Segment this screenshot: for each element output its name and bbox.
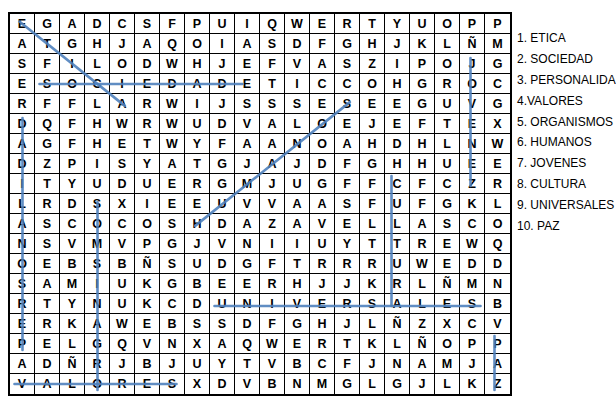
grid-cell[interactable]: O	[360, 74, 385, 94]
grid-cell[interactable]: I	[235, 14, 260, 34]
grid-cell[interactable]: V	[110, 234, 135, 254]
grid-cell[interactable]: E	[310, 94, 335, 114]
grid-cell[interactable]: W	[460, 234, 485, 254]
grid-cell[interactable]: A	[410, 354, 435, 374]
grid-cell[interactable]: Q	[485, 234, 510, 254]
grid-cell[interactable]: D	[210, 114, 235, 134]
grid-cell[interactable]: J	[160, 354, 185, 374]
grid-cell[interactable]: V	[285, 54, 310, 74]
grid-cell[interactable]: K	[460, 374, 485, 394]
grid-cell[interactable]: A	[260, 114, 285, 134]
grid-cell[interactable]: I	[85, 274, 110, 294]
grid-cell[interactable]: E	[210, 274, 235, 294]
grid-cell[interactable]: G	[485, 54, 510, 74]
grid-cell[interactable]: E	[310, 294, 335, 314]
grid-cell[interactable]: D	[110, 174, 135, 194]
grid-cell[interactable]: E	[335, 114, 360, 134]
grid-cell[interactable]: H	[310, 314, 335, 334]
grid-cell[interactable]: R	[135, 114, 160, 134]
grid-cell[interactable]: K	[360, 334, 385, 354]
grid-cell[interactable]: T	[435, 114, 460, 134]
grid-cell[interactable]: R	[10, 94, 35, 114]
grid-cell[interactable]: B	[285, 354, 310, 374]
grid-cell[interactable]: S	[435, 214, 460, 234]
grid-cell[interactable]: T	[35, 174, 60, 194]
grid-cell[interactable]: A	[135, 34, 160, 54]
grid-cell[interactable]: W	[485, 134, 510, 154]
grid-cell[interactable]: J	[110, 34, 135, 54]
grid-cell[interactable]: Z	[410, 314, 435, 334]
grid-cell[interactable]: D	[10, 154, 35, 174]
grid-cell[interactable]: Z	[360, 54, 385, 74]
grid-cell[interactable]: E	[235, 274, 260, 294]
grid-cell[interactable]: B	[185, 274, 210, 294]
grid-cell[interactable]: A	[35, 274, 60, 294]
grid-cell[interactable]: T	[235, 354, 260, 374]
grid-cell[interactable]: E	[385, 94, 410, 114]
grid-cell[interactable]: P	[460, 14, 485, 34]
grid-cell[interactable]: S	[10, 274, 35, 294]
grid-cell[interactable]: J	[235, 154, 260, 174]
grid-cell[interactable]: A	[385, 294, 410, 314]
grid-cell[interactable]: E	[185, 194, 210, 214]
grid-cell[interactable]: V	[235, 194, 260, 214]
grid-cell[interactable]: G	[285, 314, 310, 334]
grid-cell[interactable]: L	[10, 194, 35, 214]
grid-cell[interactable]: X	[485, 114, 510, 134]
grid-cell[interactable]: J	[385, 34, 410, 54]
grid-cell[interactable]: F	[310, 34, 335, 54]
grid-cell[interactable]: Y	[60, 294, 85, 314]
grid-cell[interactable]: E	[310, 14, 335, 34]
grid-cell[interactable]: D	[160, 74, 185, 94]
grid-cell[interactable]: P	[460, 334, 485, 354]
grid-cell[interactable]: U	[385, 194, 410, 214]
grid-cell[interactable]: H	[285, 274, 310, 294]
grid-cell[interactable]: A	[260, 134, 285, 154]
grid-cell[interactable]: O	[485, 214, 510, 234]
grid-cell[interactable]: E	[435, 234, 460, 254]
grid-cell[interactable]: B	[485, 294, 510, 314]
grid-cell[interactable]: G	[160, 274, 185, 294]
grid-cell[interactable]: M	[435, 354, 460, 374]
grid-cell[interactable]: F	[360, 174, 385, 194]
grid-cell[interactable]: U	[310, 234, 335, 254]
grid-cell[interactable]: D	[235, 314, 260, 334]
grid-cell[interactable]: G	[210, 154, 235, 174]
grid-cell[interactable]: L	[410, 294, 435, 314]
grid-cell[interactable]: E	[385, 114, 410, 134]
grid-cell[interactable]: C	[335, 74, 360, 94]
grid-cell[interactable]: R	[360, 254, 385, 274]
grid-cell[interactable]: O	[10, 254, 35, 274]
grid-cell[interactable]: Y	[185, 134, 210, 154]
grid-cell[interactable]: C	[385, 174, 410, 194]
grid-cell[interactable]: A	[235, 134, 260, 154]
grid-cell[interactable]: D	[210, 74, 235, 94]
grid-cell[interactable]: D	[385, 134, 410, 154]
grid-cell[interactable]: P	[185, 14, 210, 34]
grid-cell[interactable]: N	[385, 354, 410, 374]
grid-cell[interactable]: E	[235, 54, 260, 74]
grid-cell[interactable]: E	[485, 154, 510, 174]
grid-cell[interactable]: V	[60, 234, 85, 254]
grid-cell[interactable]: R	[335, 294, 360, 314]
grid-cell[interactable]: W	[410, 254, 435, 274]
grid-cell[interactable]: E	[10, 74, 35, 94]
grid-cell[interactable]: A	[110, 94, 135, 114]
grid-cell[interactable]: F	[60, 134, 85, 154]
grid-cell[interactable]: E	[160, 194, 185, 214]
grid-cell[interactable]: F	[410, 174, 435, 194]
grid-cell[interactable]: Ñ	[435, 274, 460, 294]
grid-cell[interactable]: E	[35, 334, 60, 354]
grid-cell[interactable]: V	[460, 94, 485, 114]
grid-cell[interactable]: G	[310, 174, 335, 194]
grid-cell[interactable]: E	[435, 294, 460, 314]
grid-cell[interactable]: A	[235, 214, 260, 234]
grid-cell[interactable]: E	[135, 374, 160, 394]
grid-cell[interactable]: S	[335, 194, 360, 214]
grid-cell[interactable]: L	[360, 314, 385, 334]
grid-cell[interactable]: K	[135, 274, 160, 294]
grid-cell[interactable]: G	[385, 374, 410, 394]
grid-cell[interactable]: H	[85, 34, 110, 54]
grid-cell[interactable]: L	[385, 334, 410, 354]
grid-cell[interactable]: C	[460, 214, 485, 234]
grid-cell[interactable]: U	[135, 174, 160, 194]
grid-cell[interactable]: O	[310, 134, 335, 154]
grid-cell[interactable]: L	[60, 374, 85, 394]
grid-cell[interactable]: D	[460, 254, 485, 274]
grid-cell[interactable]: H	[360, 134, 385, 154]
grid-cell[interactable]: V	[285, 294, 310, 314]
grid-cell[interactable]: R	[310, 334, 335, 354]
grid-cell[interactable]: N	[235, 294, 260, 314]
grid-cell[interactable]: Ñ	[135, 254, 160, 274]
grid-cell[interactable]: F	[35, 94, 60, 114]
grid-cell[interactable]: O	[460, 74, 485, 94]
grid-cell[interactable]: L	[385, 214, 410, 234]
grid-cell[interactable]: Y	[135, 154, 160, 174]
grid-cell[interactable]: G	[335, 34, 360, 54]
grid-cell[interactable]: Ñ	[410, 334, 435, 354]
grid-cell[interactable]: C	[460, 314, 485, 334]
grid-cell[interactable]: J	[360, 354, 385, 374]
grid-cell[interactable]: U	[210, 294, 235, 314]
grid-cell[interactable]: Q	[160, 34, 185, 54]
grid-cell[interactable]: K	[135, 294, 160, 314]
grid-cell[interactable]: M	[310, 374, 335, 394]
grid-cell[interactable]: S	[260, 94, 285, 114]
grid-cell[interactable]: U	[185, 254, 210, 274]
grid-cell[interactable]: S	[360, 294, 385, 314]
grid-cell[interactable]: H	[85, 114, 110, 134]
grid-cell[interactable]: J	[410, 374, 435, 394]
grid-cell[interactable]: T	[385, 234, 410, 254]
grid-cell[interactable]: N	[10, 234, 35, 254]
grid-cell[interactable]: H	[360, 34, 385, 54]
grid-cell[interactable]: U	[110, 294, 135, 314]
grid-cell[interactable]: U	[285, 174, 310, 194]
grid-cell[interactable]: S	[160, 254, 185, 274]
grid-cell[interactable]: L	[360, 374, 385, 394]
grid-cell[interactable]: A	[10, 134, 35, 154]
grid-cell[interactable]: L	[85, 94, 110, 114]
grid-cell[interactable]: H	[185, 214, 210, 234]
grid-cell[interactable]: J	[335, 314, 360, 334]
grid-cell[interactable]: K	[360, 274, 385, 294]
grid-cell[interactable]: V	[235, 114, 260, 134]
grid-cell[interactable]: O	[185, 34, 210, 54]
grid-cell[interactable]: D	[185, 294, 210, 314]
grid-cell[interactable]: Z	[260, 214, 285, 234]
grid-cell[interactable]: S	[160, 214, 185, 234]
grid-cell[interactable]: I	[110, 74, 135, 94]
grid-cell[interactable]: V	[310, 214, 335, 234]
grid-cell[interactable]: A	[160, 154, 185, 174]
grid-cell[interactable]: B	[110, 254, 135, 274]
grid-cell[interactable]: R	[260, 274, 285, 294]
grid-cell[interactable]: T	[35, 294, 60, 314]
grid-cell[interactable]: J	[460, 54, 485, 74]
grid-cell[interactable]: W	[285, 14, 310, 34]
grid-cell[interactable]: H	[385, 74, 410, 94]
grid-cell[interactable]: S	[35, 234, 60, 254]
grid-cell[interactable]: A	[85, 314, 110, 334]
grid-cell[interactable]: W	[110, 314, 135, 334]
grid-cell[interactable]: M	[85, 234, 110, 254]
grid-cell[interactable]: U	[435, 94, 460, 114]
grid-cell[interactable]: U	[210, 14, 235, 34]
grid-cell[interactable]: E	[360, 94, 385, 114]
grid-cell[interactable]: W	[110, 114, 135, 134]
grid-cell[interactable]: J	[310, 274, 335, 294]
grid-cell[interactable]: N	[460, 134, 485, 154]
grid-cell[interactable]: I	[10, 174, 35, 194]
grid-cell[interactable]: U	[410, 14, 435, 34]
grid-cell[interactable]: G	[60, 34, 85, 54]
grid-cell[interactable]: C	[160, 294, 185, 314]
grid-cell[interactable]: G	[435, 194, 460, 214]
grid-cell[interactable]: O	[310, 114, 335, 134]
grid-cell[interactable]: D	[285, 34, 310, 54]
grid-cell[interactable]: A	[285, 214, 310, 234]
grid-cell[interactable]: L	[85, 54, 110, 74]
grid-cell[interactable]: J	[210, 54, 235, 74]
grid-cell[interactable]: V	[210, 234, 235, 254]
grid-cell[interactable]: R	[110, 374, 135, 394]
grid-cell[interactable]: F	[410, 114, 435, 134]
grid-cell[interactable]: X	[435, 314, 460, 334]
grid-cell[interactable]: B	[160, 314, 185, 334]
grid-cell[interactable]: F	[335, 154, 360, 174]
grid-cell[interactable]: M	[485, 34, 510, 54]
grid-cell[interactable]: W	[160, 54, 185, 74]
grid-cell[interactable]: E	[10, 14, 35, 34]
grid-cell[interactable]: Y	[385, 14, 410, 34]
grid-cell[interactable]: E	[135, 74, 160, 94]
grid-cell[interactable]: S	[35, 74, 60, 94]
grid-cell[interactable]: D	[210, 214, 235, 234]
grid-cell[interactable]: C	[310, 74, 335, 94]
grid-cell[interactable]: E	[160, 174, 185, 194]
grid-cell[interactable]: F	[60, 114, 85, 134]
grid-cell[interactable]: R	[135, 94, 160, 114]
grid-cell[interactable]: S	[335, 94, 360, 114]
grid-cell[interactable]: D	[135, 54, 160, 74]
grid-cell[interactable]: R	[310, 254, 335, 274]
grid-cell[interactable]: W	[160, 94, 185, 114]
grid-cell[interactable]: A	[60, 14, 85, 34]
grid-cell[interactable]: D	[35, 354, 60, 374]
grid-cell[interactable]: K	[410, 34, 435, 54]
grid-cell[interactable]: H	[385, 154, 410, 174]
grid-cell[interactable]: Z	[35, 154, 60, 174]
grid-cell[interactable]: S	[335, 54, 360, 74]
grid-cell[interactable]: C	[110, 14, 135, 34]
grid-cell[interactable]: D	[210, 374, 235, 394]
grid-cell[interactable]: G	[335, 374, 360, 394]
grid-cell[interactable]: D	[310, 154, 335, 174]
grid-cell[interactable]: T	[335, 334, 360, 354]
grid-cell[interactable]: S	[85, 194, 110, 214]
grid-cell[interactable]: O	[435, 334, 460, 354]
grid-cell[interactable]: W	[160, 134, 185, 154]
grid-cell[interactable]: S	[135, 14, 160, 34]
grid-cell[interactable]: U	[435, 154, 460, 174]
grid-cell[interactable]: D	[10, 114, 35, 134]
grid-cell[interactable]: F	[160, 14, 185, 34]
grid-cell[interactable]: J	[210, 94, 235, 114]
grid-cell[interactable]: U	[185, 354, 210, 374]
grid-cell[interactable]: V	[485, 314, 510, 334]
grid-cell[interactable]: A	[185, 74, 210, 94]
grid-cell[interactable]: Q	[235, 334, 260, 354]
grid-cell[interactable]: I	[285, 74, 310, 94]
grid-cell[interactable]: M	[60, 274, 85, 294]
grid-cell[interactable]: S	[235, 94, 260, 114]
grid-cell[interactable]: Ñ	[385, 314, 410, 334]
grid-cell[interactable]: G	[160, 234, 185, 254]
grid-cell[interactable]: H	[185, 54, 210, 74]
grid-cell[interactable]: N	[160, 334, 185, 354]
grid-cell[interactable]: N	[285, 374, 310, 394]
grid-cell[interactable]: A	[410, 214, 435, 234]
grid-cell[interactable]: C	[60, 214, 85, 234]
grid-cell[interactable]: U	[210, 194, 235, 214]
grid-cell[interactable]: G	[410, 74, 435, 94]
grid-cell[interactable]: E	[460, 114, 485, 134]
grid-cell[interactable]: Y	[60, 174, 85, 194]
grid-cell[interactable]: V	[135, 334, 160, 354]
grid-cell[interactable]: Y	[335, 234, 360, 254]
grid-cell[interactable]: V	[10, 374, 35, 394]
grid-cell[interactable]: I	[385, 54, 410, 74]
grid-cell[interactable]: L	[360, 214, 385, 234]
grid-cell[interactable]: Q	[260, 14, 285, 34]
grid-cell[interactable]: S	[185, 314, 210, 334]
grid-cell[interactable]: L	[435, 134, 460, 154]
grid-cell[interactable]: T	[260, 74, 285, 94]
grid-cell[interactable]: X	[185, 374, 210, 394]
grid-cell[interactable]: O	[85, 214, 110, 234]
grid-cell[interactable]: A	[335, 134, 360, 154]
grid-cell[interactable]: Y	[210, 354, 235, 374]
grid-cell[interactable]: B	[60, 254, 85, 274]
grid-cell[interactable]: N	[485, 274, 510, 294]
grid-cell[interactable]: D	[485, 254, 510, 274]
grid-cell[interactable]: G	[210, 174, 235, 194]
grid-cell[interactable]: D	[85, 14, 110, 34]
grid-cell[interactable]: V	[235, 374, 260, 394]
grid-cell[interactable]: I	[185, 94, 210, 114]
grid-cell[interactable]: J	[460, 354, 485, 374]
grid-cell[interactable]: R	[435, 74, 460, 94]
grid-cell[interactable]: V	[260, 194, 285, 214]
grid-cell[interactable]: B	[260, 374, 285, 394]
grid-cell[interactable]: J	[260, 174, 285, 194]
grid-cell[interactable]: I	[285, 234, 310, 254]
grid-cell[interactable]: N	[285, 134, 310, 154]
grid-cell[interactable]: L	[410, 274, 435, 294]
grid-cell[interactable]: J	[110, 354, 135, 374]
grid-cell[interactable]: H	[85, 134, 110, 154]
grid-cell[interactable]: Z	[485, 374, 510, 394]
grid-cell[interactable]: F	[335, 174, 360, 194]
grid-cell[interactable]: S	[10, 54, 35, 74]
grid-cell[interactable]: G	[485, 94, 510, 114]
grid-cell[interactable]: O	[435, 54, 460, 74]
grid-cell[interactable]: T	[35, 34, 60, 54]
grid-cell[interactable]: I	[135, 194, 160, 214]
grid-cell[interactable]: F	[410, 194, 435, 214]
grid-cell[interactable]: Ñ	[460, 34, 485, 54]
grid-cell[interactable]: E	[335, 214, 360, 234]
grid-cell[interactable]: P	[485, 14, 510, 34]
grid-cell[interactable]: V	[260, 354, 285, 374]
grid-cell[interactable]: S	[460, 294, 485, 314]
grid-cell[interactable]: R	[85, 354, 110, 374]
grid-cell[interactable]: Q	[35, 114, 60, 134]
grid-cell[interactable]: I	[210, 34, 235, 54]
grid-cell[interactable]: J	[335, 274, 360, 294]
grid-cell[interactable]: R	[335, 14, 360, 34]
grid-cell[interactable]: F	[35, 54, 60, 74]
grid-cell[interactable]: L	[435, 374, 460, 394]
grid-cell[interactable]: F	[360, 194, 385, 214]
grid-cell[interactable]: R	[35, 314, 60, 334]
grid-cell[interactable]: M	[460, 274, 485, 294]
grid-cell[interactable]: L	[285, 114, 310, 134]
grid-cell[interactable]: F	[260, 314, 285, 334]
grid-cell[interactable]: G	[235, 254, 260, 274]
grid-cell[interactable]: D	[210, 254, 235, 274]
grid-cell[interactable]: E	[10, 314, 35, 334]
grid-cell[interactable]: A	[210, 334, 235, 354]
grid-cell[interactable]: P	[10, 334, 35, 354]
grid-cell[interactable]: J	[285, 154, 310, 174]
grid-cell[interactable]: E	[135, 314, 160, 334]
grid-cell[interactable]: X	[185, 334, 210, 354]
grid-cell[interactable]: Q	[110, 334, 135, 354]
grid-cell[interactable]: T	[285, 254, 310, 274]
grid-cell[interactable]: S	[35, 214, 60, 234]
grid-cell[interactable]: F	[260, 254, 285, 274]
grid-cell[interactable]: U	[110, 274, 135, 294]
grid-cell[interactable]: F	[210, 134, 235, 154]
grid-cell[interactable]: C	[110, 214, 135, 234]
